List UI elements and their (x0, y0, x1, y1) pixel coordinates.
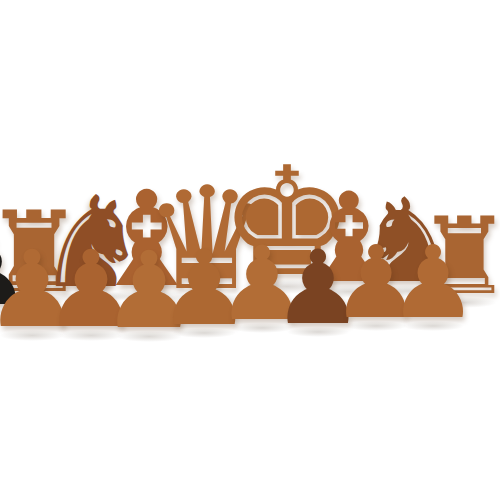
pawn-8-piece: ♟ (388, 233, 478, 333)
pieces-layer: ♟♜♞♝♛♚♝♞♜♟♟♟♟♟♟♟♟ (0, 0, 500, 500)
chess-set-photo: ♟♜♞♝♛♚♝♞♜♟♟♟♟♟♟♟♟ (0, 0, 500, 500)
